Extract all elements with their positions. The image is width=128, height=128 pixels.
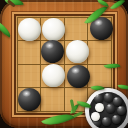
stone-highlight [45,42,54,48]
bowl-black-stone [117,106,126,115]
black-stone [67,65,90,88]
app-icon [0,0,128,128]
stone-highlight [94,19,103,25]
stone-highlight [103,117,107,120]
stone-highlight [118,106,122,109]
black-stone [18,88,41,111]
white-stone [42,64,65,87]
white-stone [66,40,89,63]
cell-r1c3[interactable] [88,41,111,64]
stone-highlight [95,94,99,97]
stone-highlight [114,97,118,100]
bowl-black-stone [94,94,103,103]
stone-highlight [113,115,117,118]
cell-r1c0[interactable] [18,41,41,64]
bowl-black-stone [106,104,115,113]
bowl-white-stone [95,103,104,112]
white-stone [42,18,65,41]
stone-bowl [85,88,128,128]
cell-r3c1[interactable] [41,88,64,111]
bowl-white-stone [91,112,100,121]
stone-highlight [71,67,80,73]
stone-highlight [107,104,111,107]
bowl-black-stone [102,117,111,126]
stone-highlight [105,93,109,96]
bowl-black-stone [113,97,122,106]
black-stone [41,40,64,63]
stone-highlight [22,90,31,96]
white-stone [18,18,41,41]
cell-r2c0[interactable] [18,65,41,88]
bowl-black-stone [104,93,113,102]
bowl-black-stone [112,115,121,124]
bowl-interior [89,92,127,128]
